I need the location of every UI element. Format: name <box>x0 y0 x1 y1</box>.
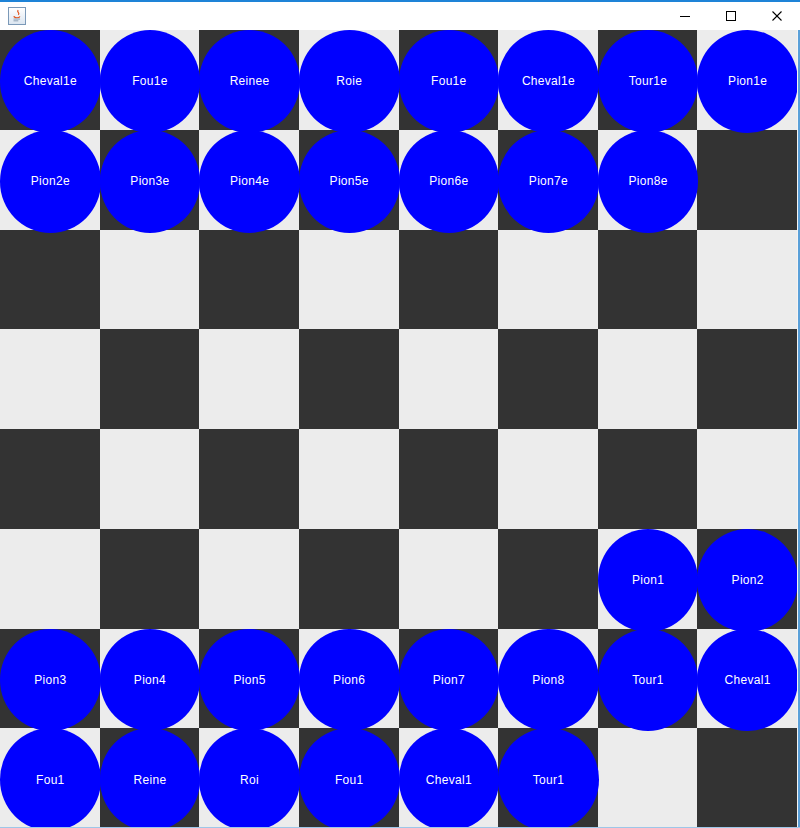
board-cell[interactable] <box>697 130 797 230</box>
piece[interactable]: Pion3 <box>0 629 101 732</box>
board-cell[interactable] <box>598 329 698 429</box>
piece-label: Roie <box>336 75 362 87</box>
board-cell[interactable] <box>199 429 299 529</box>
piece[interactable]: Roie <box>299 30 400 133</box>
board-cell[interactable]: Pion2 <box>697 529 797 629</box>
minimize-icon <box>679 10 691 22</box>
board-cell[interactable] <box>697 728 797 828</box>
board-cell[interactable]: Fou1 <box>0 728 100 828</box>
piece-label: Pion8e <box>628 175 667 187</box>
board-cell[interactable]: Pion6 <box>299 629 399 729</box>
board-cell[interactable] <box>697 230 797 330</box>
board-cell[interactable]: Reinee <box>199 30 299 130</box>
board-cell[interactable] <box>0 529 100 629</box>
piece-label: Pion7e <box>529 175 568 187</box>
piece-label: Pion2 <box>732 574 764 586</box>
close-button[interactable] <box>754 2 800 30</box>
board-cell[interactable]: Pion4e <box>199 130 299 230</box>
board-cell[interactable] <box>399 230 499 330</box>
piece[interactable]: Cheval1e <box>498 30 599 133</box>
piece-label: Fou1e <box>431 75 467 87</box>
piece-label: Tour1e <box>629 75 668 87</box>
board-cell[interactable]: Pion7e <box>498 130 598 230</box>
board-cell[interactable] <box>199 230 299 330</box>
piece[interactable]: Fou1e <box>399 30 500 133</box>
piece-label: Fou1 <box>36 774 65 786</box>
board-cell[interactable] <box>399 429 499 529</box>
piece-label: Pion1e <box>728 75 767 87</box>
board-cell[interactable] <box>299 529 399 629</box>
piece-label: Tour1 <box>632 674 664 686</box>
board-cell[interactable] <box>0 429 100 529</box>
app-window: Cheval1eFou1eReineeRoieFou1eCheval1eTour… <box>0 0 800 828</box>
board-cell[interactable]: Pion5 <box>199 629 299 729</box>
piece-label: Cheval1 <box>426 774 472 786</box>
piece-label: Pion5e <box>330 175 369 187</box>
board-cell[interactable]: Cheval1e <box>0 30 100 130</box>
piece[interactable]: Pion4e <box>199 130 300 233</box>
java-coffee-icon <box>8 7 26 25</box>
piece-label: Reinee <box>230 75 270 87</box>
piece[interactable]: Cheval1e <box>0 30 101 133</box>
board-cell[interactable]: Tour1e <box>598 30 698 130</box>
piece[interactable]: Pion8e <box>598 130 699 233</box>
board-cell[interactable] <box>498 429 598 529</box>
piece-label: Pion3e <box>130 175 169 187</box>
board-cell[interactable]: Pion1e <box>697 30 797 130</box>
piece[interactable]: Pion6 <box>299 629 400 732</box>
piece[interactable]: Pion4 <box>100 629 201 732</box>
board-cell[interactable] <box>399 329 499 429</box>
piece-label: Cheval1e <box>24 75 77 87</box>
piece-label: Fou1e <box>132 75 168 87</box>
board-cell[interactable] <box>199 529 299 629</box>
board-cell[interactable]: Roi <box>199 728 299 828</box>
piece-label: Roi <box>240 774 259 786</box>
board-cell[interactable]: Pion8 <box>498 629 598 729</box>
piece[interactable]: Fou1 <box>0 728 101 828</box>
board-cell[interactable] <box>299 329 399 429</box>
piece[interactable]: Tour1 <box>498 728 599 828</box>
board-cell[interactable]: Cheval1 <box>697 629 797 729</box>
board-cell[interactable] <box>100 529 200 629</box>
chess-board: Cheval1eFou1eReineeRoieFou1eCheval1eTour… <box>0 30 797 828</box>
board-cell[interactable] <box>0 230 100 330</box>
board-cell[interactable]: Reine <box>100 728 200 828</box>
piece-label: Pion4e <box>230 175 269 187</box>
board-cell[interactable] <box>697 329 797 429</box>
board-cell[interactable] <box>498 230 598 330</box>
board-cell[interactable] <box>100 230 200 330</box>
title-bar <box>0 0 800 30</box>
piece-label: Cheval1 <box>725 674 771 686</box>
piece[interactable]: Pion1e <box>697 30 798 133</box>
piece[interactable]: Cheval1 <box>697 629 798 732</box>
board-cell[interactable]: Roie <box>299 30 399 130</box>
board-cell[interactable]: Pion1 <box>598 529 698 629</box>
piece[interactable]: Reine <box>100 728 201 828</box>
board-cell[interactable] <box>598 728 698 828</box>
board-cell[interactable] <box>498 329 598 429</box>
board-cell[interactable]: Pion4 <box>100 629 200 729</box>
board-cell[interactable] <box>299 429 399 529</box>
board-cell[interactable] <box>199 329 299 429</box>
board-cell[interactable] <box>598 230 698 330</box>
piece[interactable]: Pion2 <box>697 529 798 632</box>
piece-label: Pion7 <box>433 674 465 686</box>
board-cell[interactable]: Cheval1 <box>399 728 499 828</box>
piece-label: Reine <box>134 774 167 786</box>
board-cell[interactable] <box>598 429 698 529</box>
piece[interactable]: Pion1 <box>598 529 699 632</box>
board-cell[interactable]: Tour1 <box>598 629 698 729</box>
piece-label: Tour1 <box>533 774 565 786</box>
piece[interactable]: Tour1e <box>598 30 699 133</box>
piece[interactable]: Reinee <box>199 30 300 133</box>
window-controls <box>662 2 800 30</box>
board-cell[interactable]: Pion2e <box>0 130 100 230</box>
piece-label: Pion4 <box>134 674 166 686</box>
piece[interactable]: Pion8 <box>498 629 599 732</box>
board-cell[interactable] <box>100 329 200 429</box>
maximize-icon <box>725 10 737 22</box>
board-cell[interactable] <box>399 529 499 629</box>
piece-label: Pion2e <box>31 175 70 187</box>
board-cell[interactable]: Fou1e <box>100 30 200 130</box>
piece[interactable]: Pion2e <box>0 130 101 233</box>
board-cell[interactable]: Fou1 <box>299 728 399 828</box>
board-cell[interactable] <box>498 529 598 629</box>
piece[interactable]: Fou1e <box>100 30 201 133</box>
board-cell[interactable]: Pion7 <box>399 629 499 729</box>
piece-label: Pion8 <box>532 674 564 686</box>
piece-label: Cheval1e <box>522 75 575 87</box>
piece[interactable]: Pion7 <box>399 629 500 732</box>
piece[interactable]: Fou1 <box>299 728 400 828</box>
piece-label: Pion6e <box>429 175 468 187</box>
board-cell[interactable]: Fou1e <box>399 30 499 130</box>
piece-label: Fou1 <box>335 774 364 786</box>
piece-label: Pion5 <box>233 674 265 686</box>
board-cell[interactable]: Pion3 <box>0 629 100 729</box>
board-cell[interactable]: Pion5e <box>299 130 399 230</box>
board-cell[interactable]: Pion6e <box>399 130 499 230</box>
board-cell[interactable]: Tour1 <box>498 728 598 828</box>
piece[interactable]: Pion7e <box>498 130 599 233</box>
board-cell[interactable] <box>0 329 100 429</box>
board-cell[interactable]: Pion3e <box>100 130 200 230</box>
piece[interactable]: Pion5 <box>199 629 300 732</box>
board-cell[interactable] <box>100 429 200 529</box>
board-cell[interactable]: Cheval1e <box>498 30 598 130</box>
piece[interactable]: Pion5e <box>299 130 400 233</box>
piece-label: Pion6 <box>333 674 365 686</box>
board-cell[interactable] <box>697 429 797 529</box>
minimize-button[interactable] <box>662 2 708 30</box>
piece[interactable]: Roi <box>199 728 300 828</box>
piece-label: Pion3 <box>34 674 66 686</box>
board-cell[interactable]: Pion8e <box>598 130 698 230</box>
piece[interactable]: Pion6e <box>399 130 500 233</box>
piece[interactable]: Tour1 <box>598 629 699 732</box>
piece-label: Pion1 <box>632 574 664 586</box>
board-cell[interactable] <box>299 230 399 330</box>
piece[interactable]: Cheval1 <box>399 728 500 828</box>
close-icon <box>771 10 783 22</box>
piece[interactable]: Pion3e <box>100 130 201 233</box>
maximize-button[interactable] <box>708 2 754 30</box>
